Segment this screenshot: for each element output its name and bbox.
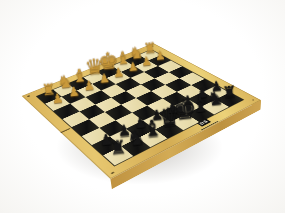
board-frame: ♜♞♝♛♚♝♞♜♟♟♟♟♟♟♟♟♟♟♟♟♟♟♟♟♜♞♝♛♚♝♞♜ DS <box>22 43 261 179</box>
white-bishop[interactable]: ♝ <box>66 65 94 86</box>
square-g3[interactable] <box>144 66 168 78</box>
white-knight[interactable]: ♞ <box>51 72 79 92</box>
screw-dot-icon <box>151 45 154 46</box>
square-h5[interactable] <box>179 72 204 85</box>
square-f2[interactable]: ♟ <box>121 66 145 78</box>
square-a8[interactable]: ♜ <box>103 146 133 165</box>
square-f3[interactable] <box>130 72 154 84</box>
white-pawn[interactable]: ♟ <box>119 59 146 74</box>
board-3d-plane: ♜♞♝♛♚♝♞♜♟♟♟♟♟♟♟♟♟♟♟♟♟♟♟♟♜♞♝♛♚♝♞♜ DS <box>22 43 261 179</box>
square-d1[interactable]: ♛ <box>83 72 106 84</box>
black-rook[interactable]: ♜ <box>101 136 136 158</box>
square-c2[interactable]: ♟ <box>77 84 101 97</box>
white-pawn[interactable]: ♟ <box>147 48 173 62</box>
square-e1[interactable]: ♚ <box>97 66 120 78</box>
square-g4[interactable] <box>154 72 179 85</box>
white-pawn[interactable]: ♟ <box>75 77 103 92</box>
square-g1[interactable]: ♞ <box>125 55 148 66</box>
white-queen[interactable]: ♛ <box>81 56 109 80</box>
square-d3[interactable] <box>101 84 126 97</box>
square-d2[interactable]: ♟ <box>92 78 116 91</box>
square-h2[interactable]: ♟ <box>148 55 171 66</box>
square-e2[interactable]: ♟ <box>106 72 130 84</box>
square-e4[interactable] <box>126 85 151 98</box>
white-rook[interactable]: ♜ <box>137 41 163 57</box>
white-pawn[interactable]: ♟ <box>90 71 118 86</box>
screw-dot-icon <box>110 172 114 175</box>
square-f1[interactable]: ♝ <box>111 60 134 71</box>
square-h1[interactable]: ♜ <box>138 50 161 61</box>
square-c1[interactable]: ♝ <box>68 78 92 91</box>
white-bishop[interactable]: ♝ <box>110 48 137 68</box>
white-pawn[interactable]: ♟ <box>133 54 160 68</box>
white-pawn[interactable]: ♟ <box>105 65 132 80</box>
screw-dot-icon <box>27 95 30 97</box>
hinge-seam <box>60 128 70 133</box>
square-h4[interactable] <box>168 66 192 78</box>
chess-board: ♜♞♝♛♚♝♞♜♟♟♟♟♟♟♟♟♟♟♟♟♟♟♟♟♜♞♝♛♚♝♞♜ DS <box>41 3 230 192</box>
playing-area: ♜♞♝♛♚♝♞♜♟♟♟♟♟♟♟♟♟♟♟♟♟♟♟♟♜♞♝♛♚♝♞♜ <box>36 49 245 166</box>
chess-set-photo: ♜♞♝♛♚♝♞♜♟♟♟♟♟♟♟♟♟♟♟♟♟♟♟♟♜♞♝♛♚♝♞♜ DS <box>0 0 285 213</box>
white-king[interactable]: ♚ <box>95 48 123 73</box>
white-rook[interactable]: ♜ <box>35 81 64 99</box>
square-b1[interactable]: ♞ <box>53 84 77 97</box>
square-h3[interactable] <box>158 61 182 73</box>
square-b2[interactable]: ♟ <box>61 90 85 104</box>
square-f4[interactable] <box>140 78 165 91</box>
screw-dot-icon <box>251 99 255 101</box>
square-a1[interactable]: ♜ <box>37 90 61 104</box>
square-e3[interactable] <box>116 78 140 91</box>
white-pawn[interactable]: ♟ <box>43 90 72 106</box>
square-g2[interactable]: ♟ <box>134 61 157 73</box>
white-knight[interactable]: ♞ <box>124 44 150 62</box>
white-pawn[interactable]: ♟ <box>59 84 88 100</box>
